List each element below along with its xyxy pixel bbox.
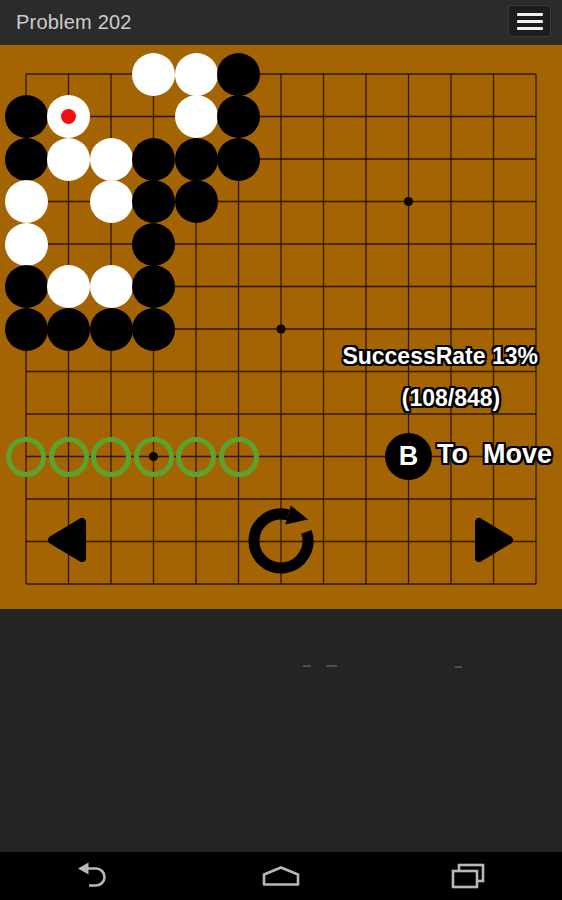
black-stone (217, 138, 260, 181)
recents-button[interactable] (375, 862, 562, 890)
hint-circle-marker[interactable] (91, 437, 131, 477)
android-nav-bar (0, 852, 562, 900)
hint-circle-marker[interactable] (219, 437, 259, 477)
back-button[interactable] (0, 859, 187, 893)
black-stone (217, 95, 260, 138)
home-button[interactable] (187, 865, 374, 887)
black-stone (47, 308, 90, 351)
retry-icon (254, 514, 308, 568)
hint-circle-marker[interactable] (176, 437, 216, 477)
page-title: Problem 202 (16, 0, 132, 45)
lower-panel (0, 609, 562, 852)
hint-circle-marker[interactable] (49, 437, 89, 477)
black-stone (5, 138, 48, 181)
go-board[interactable]: SuccessRate 13% (108/848) B To Move (0, 45, 562, 609)
previous-button[interactable] (44, 514, 92, 566)
black-stone (132, 138, 175, 181)
app-screen: Problem 202 SuccessRate 13% (108/848) B … (0, 0, 562, 900)
white-stone (5, 223, 48, 266)
white-stone (132, 53, 175, 96)
white-stone (5, 180, 48, 223)
attempts-text: (108/848) (402, 385, 500, 412)
white-stone (90, 265, 133, 308)
faint-mark (326, 665, 337, 667)
back-icon (76, 859, 112, 893)
success-rate-text: SuccessRate 13% (342, 343, 538, 370)
black-stone (217, 53, 260, 96)
title-bar: Problem 202 (0, 0, 562, 45)
black-stone (5, 308, 48, 351)
black-stone (132, 265, 175, 308)
menu-button[interactable] (508, 5, 551, 37)
next-button[interactable] (469, 514, 517, 566)
faint-mark (455, 666, 462, 668)
faint-mark (303, 665, 311, 667)
black-stone (132, 308, 175, 351)
black-stone (5, 95, 48, 138)
left-arrow-icon (52, 522, 82, 558)
retry-button[interactable] (243, 503, 319, 579)
white-stone (90, 138, 133, 181)
hint-circle-marker[interactable] (134, 437, 174, 477)
white-stone (47, 138, 90, 181)
white-stone (47, 265, 90, 308)
white-stone (175, 95, 218, 138)
black-stone (132, 223, 175, 266)
home-icon (261, 865, 301, 887)
hamburger-icon (517, 13, 543, 16)
black-stone (175, 138, 218, 181)
black-stone (5, 265, 48, 308)
to-move-letter: B (399, 441, 419, 472)
right-arrow-icon (479, 522, 509, 558)
to-move-stone-icon: B (385, 433, 432, 480)
hint-circle-marker[interactable] (6, 437, 46, 477)
black-stone (90, 308, 133, 351)
black-stone (132, 180, 175, 223)
last-move-marker (61, 109, 76, 124)
to-move-label: To Move (437, 439, 552, 470)
recents-icon (449, 862, 487, 890)
black-stone (175, 180, 218, 223)
white-stone (175, 53, 218, 96)
white-stone (90, 180, 133, 223)
